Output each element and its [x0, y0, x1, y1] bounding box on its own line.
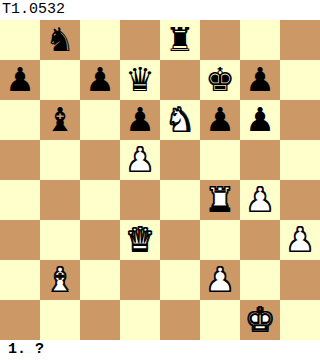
square-g8[interactable] [240, 20, 280, 60]
square-d7[interactable]: ♛ [120, 60, 160, 100]
black-knight[interactable]: ♞ [45, 20, 75, 60]
square-a1[interactable] [0, 300, 40, 340]
square-h8[interactable] [280, 20, 320, 60]
square-b8[interactable]: ♞ [40, 20, 80, 60]
square-g4[interactable]: ♟ [240, 180, 280, 220]
square-e2[interactable] [160, 260, 200, 300]
square-e1[interactable] [160, 300, 200, 340]
square-d1[interactable] [120, 300, 160, 340]
square-d2[interactable] [120, 260, 160, 300]
square-h1[interactable] [280, 300, 320, 340]
square-c2[interactable] [80, 260, 120, 300]
square-f3[interactable] [200, 220, 240, 260]
black-bishop[interactable]: ♝ [45, 100, 75, 140]
square-b2[interactable]: ♝ [40, 260, 80, 300]
square-e3[interactable] [160, 220, 200, 260]
square-a3[interactable] [0, 220, 40, 260]
square-h5[interactable] [280, 140, 320, 180]
square-c1[interactable] [80, 300, 120, 340]
square-f8[interactable] [200, 20, 240, 60]
square-b1[interactable] [40, 300, 80, 340]
square-f2[interactable]: ♟ [200, 260, 240, 300]
black-queen[interactable]: ♛ [125, 60, 155, 100]
black-pawn[interactable]: ♟ [245, 100, 275, 140]
square-c6[interactable] [80, 100, 120, 140]
square-a8[interactable] [0, 20, 40, 60]
white-rook[interactable]: ♜ [205, 180, 235, 220]
square-g2[interactable] [240, 260, 280, 300]
square-g1[interactable]: ♚ [240, 300, 280, 340]
square-g3[interactable] [240, 220, 280, 260]
black-pawn[interactable]: ♟ [245, 60, 275, 100]
square-g6[interactable]: ♟ [240, 100, 280, 140]
square-g7[interactable]: ♟ [240, 60, 280, 100]
black-king[interactable]: ♚ [205, 60, 235, 100]
black-pawn[interactable]: ♟ [85, 60, 115, 100]
square-f6[interactable]: ♟ [200, 100, 240, 140]
black-pawn[interactable]: ♟ [5, 60, 35, 100]
square-a7[interactable]: ♟ [0, 60, 40, 100]
white-pawn[interactable]: ♟ [285, 220, 315, 260]
white-bishop[interactable]: ♝ [45, 260, 75, 300]
white-pawn[interactable]: ♟ [205, 260, 235, 300]
black-pawn[interactable]: ♟ [205, 100, 235, 140]
black-rook[interactable]: ♜ [165, 20, 195, 60]
square-f4[interactable]: ♜ [200, 180, 240, 220]
square-h3[interactable]: ♟ [280, 220, 320, 260]
square-e5[interactable] [160, 140, 200, 180]
black-pawn[interactable]: ♟ [125, 100, 155, 140]
puzzle-title: T1.0532 [0, 0, 320, 20]
white-queen[interactable]: ♛ [125, 220, 155, 260]
square-e6[interactable]: ♞ [160, 100, 200, 140]
square-a4[interactable] [0, 180, 40, 220]
square-h6[interactable] [280, 100, 320, 140]
white-knight[interactable]: ♞ [165, 100, 195, 140]
square-d5[interactable]: ♟ [120, 140, 160, 180]
square-h4[interactable] [280, 180, 320, 220]
square-a6[interactable] [0, 100, 40, 140]
white-pawn[interactable]: ♟ [125, 140, 155, 180]
square-a5[interactable] [0, 140, 40, 180]
square-c4[interactable] [80, 180, 120, 220]
white-pawn[interactable]: ♟ [245, 180, 275, 220]
square-f1[interactable] [200, 300, 240, 340]
white-king[interactable]: ♚ [245, 300, 275, 340]
square-h2[interactable] [280, 260, 320, 300]
square-b6[interactable]: ♝ [40, 100, 80, 140]
square-b3[interactable] [40, 220, 80, 260]
square-e7[interactable] [160, 60, 200, 100]
square-b5[interactable] [40, 140, 80, 180]
square-a2[interactable] [0, 260, 40, 300]
square-c7[interactable]: ♟ [80, 60, 120, 100]
square-f5[interactable] [200, 140, 240, 180]
square-h7[interactable] [280, 60, 320, 100]
square-c3[interactable] [80, 220, 120, 260]
square-c8[interactable] [80, 20, 120, 60]
square-d3[interactable]: ♛ [120, 220, 160, 260]
square-c5[interactable] [80, 140, 120, 180]
chess-puzzle-app: T1.0532 ♞♜♟♟♛♚♟♝♟♞♟♟♟♜♟♛♟♝♟♚ 1. ? [0, 0, 320, 360]
square-b4[interactable] [40, 180, 80, 220]
chess-board: ♞♜♟♟♛♚♟♝♟♞♟♟♟♜♟♛♟♝♟♚ [0, 20, 320, 340]
square-d6[interactable]: ♟ [120, 100, 160, 140]
square-d8[interactable] [120, 20, 160, 60]
square-e8[interactable]: ♜ [160, 20, 200, 60]
move-prompt: 1. ? [0, 340, 320, 360]
square-g5[interactable] [240, 140, 280, 180]
square-d4[interactable] [120, 180, 160, 220]
square-b7[interactable] [40, 60, 80, 100]
square-f7[interactable]: ♚ [200, 60, 240, 100]
square-e4[interactable] [160, 180, 200, 220]
